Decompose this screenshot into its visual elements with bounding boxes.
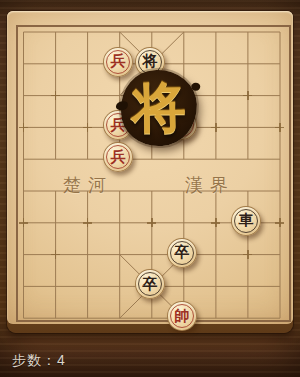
star-point <box>275 218 284 227</box>
piece-glyph: 兵 <box>104 143 132 171</box>
check-badge-text: 将 <box>131 71 186 145</box>
river-label-left: 楚河 <box>63 173 113 197</box>
move-counter: 步数：4 <box>12 352 66 370</box>
piece-red-general[interactable]: 帥 <box>167 301 197 331</box>
star-point <box>19 218 28 227</box>
piece-black-soldier[interactable]: 卒 <box>167 238 197 268</box>
river-label-right: 漢界 <box>185 173 235 197</box>
star-point <box>147 218 156 227</box>
piece-glyph: 卒 <box>168 239 196 267</box>
star-point <box>211 123 220 132</box>
star-point <box>83 123 92 132</box>
star-point <box>275 123 284 132</box>
piece-glyph: 卒 <box>136 270 164 298</box>
star-point <box>243 91 252 100</box>
xiangqi-board[interactable]: 楚河 漢界 兵将兵車兵車卒卒帥 将 <box>7 11 293 324</box>
piece-red-soldier[interactable]: 兵 <box>103 47 133 77</box>
piece-glyph: 帥 <box>168 302 196 330</box>
star-point <box>83 218 92 227</box>
status-bar: 步数：4 <box>12 351 66 371</box>
piece-black-soldier[interactable]: 卒 <box>135 269 165 299</box>
star-point <box>211 218 220 227</box>
app-screen: 楚河 漢界 兵将兵車兵車卒卒帥 将 步数：4 <box>0 0 300 377</box>
check-badge: 将 <box>120 69 199 148</box>
piece-glyph: 車 <box>232 207 260 235</box>
star-point <box>243 250 252 259</box>
piece-glyph: 兵 <box>104 48 132 76</box>
piece-black-chariot[interactable]: 車 <box>231 206 261 236</box>
star-point <box>51 91 60 100</box>
star-point <box>51 250 60 259</box>
board-frame: 楚河 漢界 兵将兵車兵車卒卒帥 将 <box>7 11 293 333</box>
piece-red-soldier[interactable]: 兵 <box>103 142 133 172</box>
star-point <box>19 123 28 132</box>
